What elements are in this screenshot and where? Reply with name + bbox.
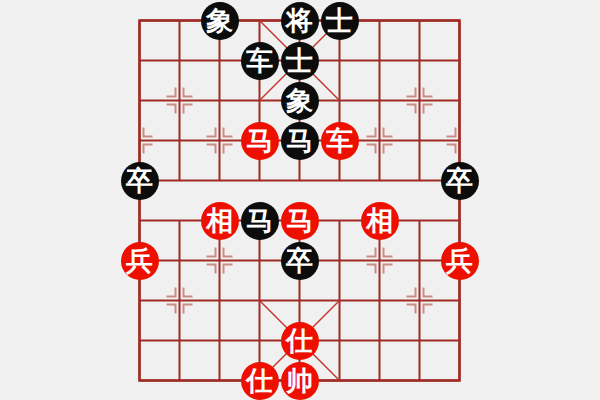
piece-black-general[interactable]: 将 — [281, 2, 319, 40]
piece-black-advisor[interactable]: 士 — [321, 2, 359, 40]
pieces-layer: 象将士车士象马马车卒卒相马马相兵卒兵仕仕帅 — [0, 0, 600, 400]
piece-black-elephant[interactable]: 象 — [281, 82, 319, 120]
piece-red-horse[interactable]: 马 — [281, 202, 319, 240]
piece-red-general[interactable]: 帅 — [281, 362, 319, 400]
piece-red-advisor[interactable]: 仕 — [241, 362, 279, 400]
piece-red-elephant[interactable]: 相 — [361, 202, 399, 240]
piece-black-pawn[interactable]: 卒 — [441, 162, 479, 200]
piece-red-elephant[interactable]: 相 — [201, 202, 239, 240]
piece-black-advisor[interactable]: 士 — [281, 42, 319, 80]
piece-red-advisor[interactable]: 仕 — [281, 322, 319, 360]
piece-black-chariot[interactable]: 车 — [241, 42, 279, 80]
piece-red-pawn[interactable]: 兵 — [441, 242, 479, 280]
piece-red-chariot[interactable]: 车 — [321, 122, 359, 160]
piece-black-horse[interactable]: 马 — [281, 122, 319, 160]
xiangqi-app: 象将士车士象马马车卒卒相马马相兵卒兵仕仕帅 — [0, 0, 600, 400]
piece-black-pawn[interactable]: 卒 — [281, 242, 319, 280]
piece-red-pawn[interactable]: 兵 — [121, 242, 159, 280]
piece-black-elephant[interactable]: 象 — [201, 2, 239, 40]
piece-black-pawn[interactable]: 卒 — [121, 162, 159, 200]
piece-black-horse[interactable]: 马 — [241, 202, 279, 240]
piece-red-horse[interactable]: 马 — [241, 122, 279, 160]
